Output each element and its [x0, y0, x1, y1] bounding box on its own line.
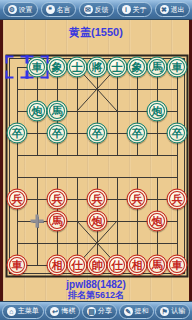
red-piece-相[interactable]: 相 — [127, 255, 148, 276]
red-piece-兵[interactable]: 兵 — [7, 189, 28, 210]
red-piece-兵[interactable]: 兵 — [127, 189, 148, 210]
button-label: 名言 — [57, 5, 71, 15]
document-icon: ▤ — [87, 307, 96, 316]
player-rank: 排名第5612名 — [0, 290, 192, 300]
red-piece-馬[interactable]: 馬 — [147, 255, 168, 276]
black-piece-車[interactable]: 車 — [27, 57, 48, 78]
undo-move-button[interactable]: ↩悔棋 — [45, 304, 80, 319]
black-piece-士[interactable]: 士 — [67, 57, 88, 78]
red-piece-兵[interactable]: 兵 — [87, 189, 108, 210]
envelope-icon: ✉ — [84, 5, 93, 14]
red-piece-仕[interactable]: 仕 — [107, 255, 128, 276]
black-piece-將[interactable]: 將 — [87, 57, 108, 78]
button-label: 退出 — [171, 5, 185, 15]
bottom-bar: ⌂主菜单↩悔棋▤分享✎提和⚑认输 — [0, 301, 192, 320]
black-piece-卒[interactable]: 卒 — [87, 123, 108, 144]
resign-button[interactable]: ⚑认输 — [155, 304, 190, 319]
black-piece-士[interactable]: 士 — [107, 57, 128, 78]
pencil-icon: ✎ — [124, 307, 133, 316]
black-piece-炮[interactable]: 炮 — [147, 101, 168, 122]
gear-icon: ⚙ — [8, 5, 17, 14]
opponent-name: 黄盖(1550) — [0, 26, 192, 38]
black-piece-象[interactable]: 象 — [47, 57, 68, 78]
undo-icon: ↩ — [50, 307, 59, 316]
speech-bubble-icon: ❝ — [46, 5, 55, 14]
flag-icon: ⚑ — [160, 307, 169, 316]
red-piece-馬[interactable]: 馬 — [47, 211, 68, 232]
red-piece-仕[interactable]: 仕 — [67, 255, 88, 276]
feedback-button[interactable]: ✉反馈 — [79, 2, 114, 17]
player-name: jpwl88(1482) — [0, 279, 192, 290]
black-piece-炮[interactable]: 炮 — [27, 101, 48, 122]
red-piece-帥[interactable]: 帥 — [87, 255, 108, 276]
button-label: 认输 — [171, 306, 185, 316]
black-piece-馬[interactable]: 馬 — [147, 57, 168, 78]
button-label: 主菜单 — [18, 306, 39, 316]
button-label: 设置 — [19, 5, 33, 15]
about-button[interactable]: i关于 — [117, 2, 152, 17]
main-menu-button[interactable]: ⌂主菜单 — [2, 304, 44, 319]
button-label: 分享 — [98, 306, 112, 316]
red-piece-炮[interactable]: 炮 — [87, 211, 108, 232]
offer-draw-button[interactable]: ✎提和 — [119, 304, 154, 319]
settings-button[interactable]: ⚙设置 — [3, 2, 38, 17]
red-piece-相[interactable]: 相 — [47, 255, 68, 276]
top-bar: ⚙设置❝名言✉反馈i关于✖退出 — [0, 0, 192, 20]
black-piece-馬[interactable]: 馬 — [47, 101, 68, 122]
red-piece-車[interactable]: 車 — [167, 255, 188, 276]
black-piece-車[interactable]: 車 — [167, 57, 188, 78]
share-button[interactable]: ▤分享 — [82, 304, 117, 319]
black-piece-卒[interactable]: 卒 — [47, 123, 68, 144]
button-label: 提和 — [135, 306, 149, 316]
button-label: 悔棋 — [61, 306, 75, 316]
red-piece-兵[interactable]: 兵 — [47, 189, 68, 210]
black-piece-卒[interactable]: 卒 — [127, 123, 148, 144]
black-piece-卒[interactable]: 卒 — [7, 123, 28, 144]
red-piece-炮[interactable]: 炮 — [147, 211, 168, 232]
info-icon: i — [122, 5, 131, 14]
button-label: 反馈 — [95, 5, 109, 15]
black-piece-卒[interactable]: 卒 — [167, 123, 188, 144]
close-icon: ✖ — [160, 5, 169, 14]
home-icon: ⌂ — [7, 307, 16, 316]
black-piece-象[interactable]: 象 — [127, 57, 148, 78]
button-label: 关于 — [133, 5, 147, 15]
red-piece-車[interactable]: 車 — [7, 255, 28, 276]
red-piece-兵[interactable]: 兵 — [167, 189, 188, 210]
exit-button[interactable]: ✖退出 — [155, 2, 190, 17]
phone-screen: ⚙设置❝名言✉反馈i关于✖退出 黄盖(1550) 車象士將士象馬車炮馬炮卒卒卒卒… — [0, 0, 192, 320]
quotes-button[interactable]: ❝名言 — [41, 2, 76, 17]
